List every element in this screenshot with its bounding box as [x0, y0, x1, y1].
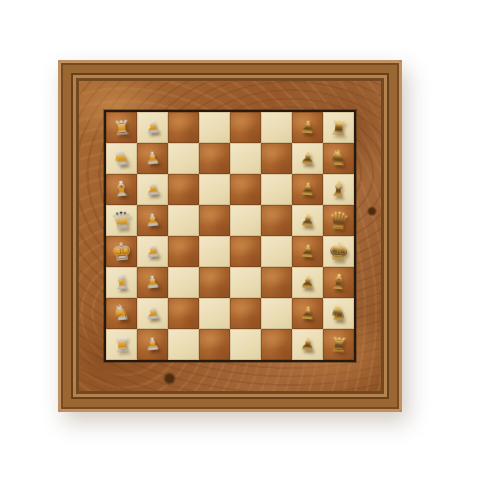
piece-gold-bishop[interactable]: ♝ [328, 178, 349, 201]
square-a8[interactable]: ♜ [323, 112, 354, 143]
square-d6[interactable] [261, 205, 292, 236]
piece-silver-bishop[interactable]: ♝ [111, 178, 132, 201]
square-d3[interactable] [168, 205, 199, 236]
piece-gold-knight[interactable]: ♞ [328, 302, 349, 325]
square-d8[interactable]: ♛ [323, 205, 354, 236]
piece-gold-king[interactable]: ♚ [327, 239, 351, 265]
square-f1[interactable]: ♝ [106, 267, 137, 298]
piece-gold-rook[interactable]: ♜ [329, 117, 349, 138]
board-grid: ♜♟♟♜♞♟♟♞♝♟♟♝♛♟♟♛♚♟♟♚♝♟♟♝♞♟♟♞♜♟♟♜ [104, 110, 356, 362]
piece-silver-queen[interactable]: ♛ [110, 208, 134, 234]
piece-gold-knight[interactable]: ♞ [328, 147, 349, 170]
square-g3[interactable] [168, 298, 199, 329]
piece-silver-pawn[interactable]: ♟ [144, 118, 161, 136]
square-f2[interactable]: ♟ [137, 267, 168, 298]
square-c3[interactable] [168, 174, 199, 205]
square-g7[interactable]: ♟ [292, 298, 323, 329]
square-b6[interactable] [261, 143, 292, 174]
square-a3[interactable] [168, 112, 199, 143]
square-c1[interactable]: ♝ [106, 174, 137, 205]
square-a6[interactable] [261, 112, 292, 143]
square-f5[interactable] [230, 267, 261, 298]
square-c2[interactable]: ♟ [137, 174, 168, 205]
square-e1[interactable]: ♚ [106, 236, 137, 267]
square-g6[interactable] [261, 298, 292, 329]
square-e6[interactable] [261, 236, 292, 267]
square-b3[interactable] [168, 143, 199, 174]
piece-silver-rook[interactable]: ♜ [112, 117, 132, 138]
square-b4[interactable] [199, 143, 230, 174]
piece-gold-pawn[interactable]: ♟ [299, 304, 316, 322]
piece-silver-rook[interactable]: ♜ [112, 334, 132, 355]
photo-background: { "game": "chess", "photo": { "descripti… [0, 0, 480, 480]
square-f7[interactable]: ♟ [292, 267, 323, 298]
piece-gold-pawn[interactable]: ♟ [299, 242, 316, 260]
square-g4[interactable] [199, 298, 230, 329]
square-h4[interactable] [199, 329, 230, 360]
square-d5[interactable] [230, 205, 261, 236]
square-h2[interactable]: ♟ [137, 329, 168, 360]
square-h3[interactable] [168, 329, 199, 360]
square-a4[interactable] [199, 112, 230, 143]
square-h8[interactable]: ♜ [323, 329, 354, 360]
piece-gold-pawn[interactable]: ♟ [299, 273, 316, 291]
square-b7[interactable]: ♟ [292, 143, 323, 174]
square-a1[interactable]: ♜ [106, 112, 137, 143]
square-e3[interactable] [168, 236, 199, 267]
piece-silver-bishop[interactable]: ♝ [111, 271, 132, 294]
piece-silver-pawn[interactable]: ♟ [144, 149, 161, 167]
piece-silver-pawn[interactable]: ♟ [144, 273, 161, 291]
piece-silver-pawn[interactable]: ♟ [144, 180, 161, 198]
square-c8[interactable]: ♝ [323, 174, 354, 205]
square-c6[interactable] [261, 174, 292, 205]
piece-silver-king[interactable]: ♚ [110, 239, 134, 265]
square-h7[interactable]: ♟ [292, 329, 323, 360]
square-a5[interactable] [230, 112, 261, 143]
square-a2[interactable]: ♟ [137, 112, 168, 143]
square-d4[interactable] [199, 205, 230, 236]
piece-silver-knight[interactable]: ♞ [111, 302, 132, 325]
burl-border: ♜♟♟♜♞♟♟♞♝♟♟♝♛♟♟♛♚♟♟♚♝♟♟♝♞♟♟♞♜♟♟♜ [79, 81, 381, 391]
square-b8[interactable]: ♞ [323, 143, 354, 174]
square-h5[interactable] [230, 329, 261, 360]
square-h6[interactable] [261, 329, 292, 360]
square-f3[interactable] [168, 267, 199, 298]
square-b2[interactable]: ♟ [137, 143, 168, 174]
square-f4[interactable] [199, 267, 230, 298]
square-g1[interactable]: ♞ [106, 298, 137, 329]
piece-silver-pawn[interactable]: ♟ [144, 304, 161, 322]
piece-gold-bishop[interactable]: ♝ [328, 271, 349, 294]
piece-gold-pawn[interactable]: ♟ [299, 118, 316, 136]
square-e5[interactable] [230, 236, 261, 267]
board-frame: ♜♟♟♜♞♟♟♞♝♟♟♝♛♟♟♛♚♟♟♚♝♟♟♝♞♟♟♞♜♟♟♜ [58, 60, 402, 412]
square-a7[interactable]: ♟ [292, 112, 323, 143]
piece-gold-pawn[interactable]: ♟ [299, 149, 316, 167]
square-b1[interactable]: ♞ [106, 143, 137, 174]
square-d1[interactable]: ♛ [106, 205, 137, 236]
square-c5[interactable] [230, 174, 261, 205]
square-c7[interactable]: ♟ [292, 174, 323, 205]
piece-gold-pawn[interactable]: ♟ [299, 180, 316, 198]
square-e8[interactable]: ♚ [323, 236, 354, 267]
piece-gold-queen[interactable]: ♛ [327, 208, 351, 234]
piece-gold-rook[interactable]: ♜ [329, 334, 349, 355]
square-e7[interactable]: ♟ [292, 236, 323, 267]
square-g2[interactable]: ♟ [137, 298, 168, 329]
piece-silver-knight[interactable]: ♞ [111, 147, 132, 170]
square-f8[interactable]: ♝ [323, 267, 354, 298]
square-b5[interactable] [230, 143, 261, 174]
piece-silver-pawn[interactable]: ♟ [144, 335, 161, 353]
square-d2[interactable]: ♟ [137, 205, 168, 236]
square-g5[interactable] [230, 298, 261, 329]
square-h1[interactable]: ♜ [106, 329, 137, 360]
square-c4[interactable] [199, 174, 230, 205]
square-f6[interactable] [261, 267, 292, 298]
piece-gold-pawn[interactable]: ♟ [299, 335, 316, 353]
square-d7[interactable]: ♟ [292, 205, 323, 236]
square-e2[interactable]: ♟ [137, 236, 168, 267]
piece-silver-pawn[interactable]: ♟ [144, 211, 161, 229]
square-g8[interactable]: ♞ [323, 298, 354, 329]
piece-silver-pawn[interactable]: ♟ [144, 242, 161, 260]
square-e4[interactable] [199, 236, 230, 267]
piece-gold-pawn[interactable]: ♟ [299, 211, 316, 229]
